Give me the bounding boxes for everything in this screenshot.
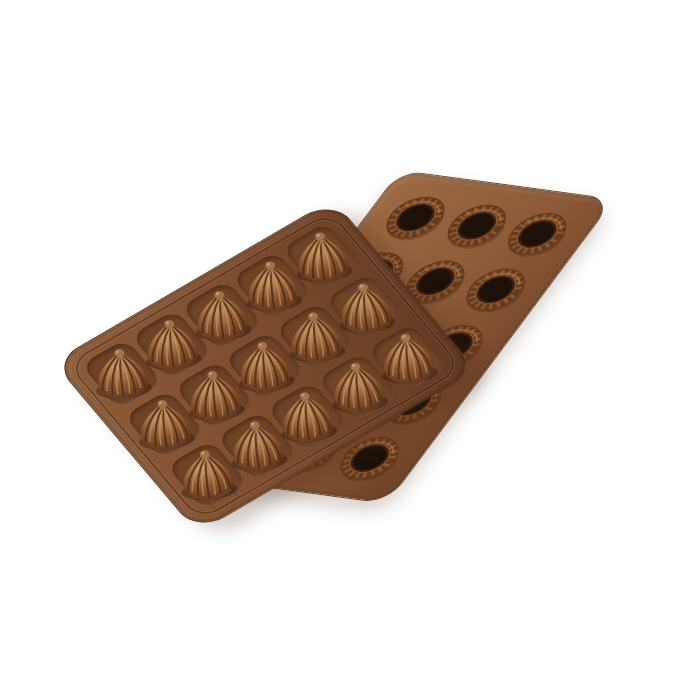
product-photo bbox=[0, 0, 695, 695]
flame-cavity bbox=[363, 320, 453, 398]
